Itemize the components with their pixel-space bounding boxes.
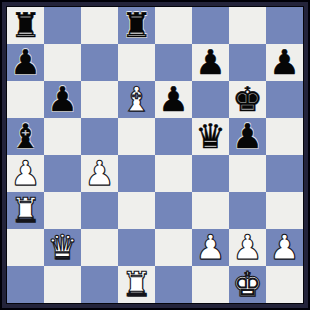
square-g4[interactable] (229, 155, 266, 192)
square-f8[interactable] (192, 7, 229, 44)
square-f1[interactable] (192, 266, 229, 303)
square-f3[interactable] (192, 192, 229, 229)
square-d1[interactable]: ♜ (118, 266, 155, 303)
piece-black-pawn[interactable]: ♟ (10, 45, 40, 79)
square-a7[interactable]: ♟ (7, 44, 44, 81)
piece-black-bishop[interactable]: ♝ (10, 119, 40, 153)
piece-black-pawn[interactable]: ♟ (158, 82, 188, 116)
square-a5[interactable]: ♝ (7, 118, 44, 155)
square-h8[interactable] (266, 7, 303, 44)
square-b2[interactable]: ♛ (44, 229, 81, 266)
piece-white-bishop[interactable]: ♝ (121, 82, 151, 116)
square-d8[interactable]: ♜ (118, 7, 155, 44)
piece-white-rook[interactable]: ♜ (10, 193, 40, 227)
square-c1[interactable] (81, 266, 118, 303)
square-d7[interactable] (118, 44, 155, 81)
square-g8[interactable] (229, 7, 266, 44)
square-h2[interactable]: ♟ (266, 229, 303, 266)
square-d5[interactable] (118, 118, 155, 155)
square-c4[interactable]: ♟ (81, 155, 118, 192)
square-h5[interactable] (266, 118, 303, 155)
square-f7[interactable]: ♟ (192, 44, 229, 81)
square-a2[interactable] (7, 229, 44, 266)
square-a4[interactable]: ♟ (7, 155, 44, 192)
square-e4[interactable] (155, 155, 192, 192)
square-g5[interactable]: ♟ (229, 118, 266, 155)
square-d6[interactable]: ♝ (118, 81, 155, 118)
square-a3[interactable]: ♜ (7, 192, 44, 229)
piece-black-king[interactable]: ♚ (232, 82, 262, 116)
square-b8[interactable] (44, 7, 81, 44)
piece-black-rook[interactable]: ♜ (121, 8, 151, 42)
square-h7[interactable]: ♟ (266, 44, 303, 81)
piece-white-pawn[interactable]: ♟ (10, 156, 40, 190)
square-f2[interactable]: ♟ (192, 229, 229, 266)
piece-white-rook[interactable]: ♜ (121, 267, 151, 301)
square-h6[interactable] (266, 81, 303, 118)
piece-black-rook[interactable]: ♜ (10, 8, 40, 42)
piece-black-queen[interactable]: ♛ (195, 119, 225, 153)
square-c5[interactable] (81, 118, 118, 155)
piece-white-queen[interactable]: ♛ (47, 230, 77, 264)
square-g1[interactable]: ♚ (229, 266, 266, 303)
chess-board: ♜♜♟♟♟♟♝♟♚♝♛♟♟♟♜♛♟♟♟♜♚ (7, 7, 303, 303)
square-g2[interactable]: ♟ (229, 229, 266, 266)
square-h3[interactable] (266, 192, 303, 229)
square-c3[interactable] (81, 192, 118, 229)
piece-black-pawn[interactable]: ♟ (195, 45, 225, 79)
piece-black-pawn[interactable]: ♟ (269, 45, 299, 79)
square-d2[interactable] (118, 229, 155, 266)
piece-white-pawn[interactable]: ♟ (195, 230, 225, 264)
square-a8[interactable]: ♜ (7, 7, 44, 44)
square-f6[interactable] (192, 81, 229, 118)
piece-black-pawn[interactable]: ♟ (47, 82, 77, 116)
square-c8[interactable] (81, 7, 118, 44)
square-b4[interactable] (44, 155, 81, 192)
square-e1[interactable] (155, 266, 192, 303)
square-g6[interactable]: ♚ (229, 81, 266, 118)
square-c2[interactable] (81, 229, 118, 266)
square-e7[interactable] (155, 44, 192, 81)
square-f4[interactable] (192, 155, 229, 192)
square-b7[interactable] (44, 44, 81, 81)
square-h1[interactable] (266, 266, 303, 303)
square-b3[interactable] (44, 192, 81, 229)
square-b5[interactable] (44, 118, 81, 155)
piece-white-pawn[interactable]: ♟ (232, 230, 262, 264)
square-f5[interactable]: ♛ (192, 118, 229, 155)
square-a6[interactable] (7, 81, 44, 118)
square-g7[interactable] (229, 44, 266, 81)
square-c7[interactable] (81, 44, 118, 81)
square-e5[interactable] (155, 118, 192, 155)
board-frame: ♜♜♟♟♟♟♝♟♚♝♛♟♟♟♜♛♟♟♟♜♚ (0, 0, 310, 310)
square-b1[interactable] (44, 266, 81, 303)
piece-white-pawn[interactable]: ♟ (84, 156, 114, 190)
square-e8[interactable] (155, 7, 192, 44)
piece-white-pawn[interactable]: ♟ (269, 230, 299, 264)
square-h4[interactable] (266, 155, 303, 192)
square-d3[interactable] (118, 192, 155, 229)
piece-black-pawn[interactable]: ♟ (232, 119, 262, 153)
square-e3[interactable] (155, 192, 192, 229)
square-d4[interactable] (118, 155, 155, 192)
square-c6[interactable] (81, 81, 118, 118)
square-a1[interactable] (7, 266, 44, 303)
square-e6[interactable]: ♟ (155, 81, 192, 118)
square-e2[interactable] (155, 229, 192, 266)
square-g3[interactable] (229, 192, 266, 229)
piece-white-king[interactable]: ♚ (232, 267, 262, 301)
square-b6[interactable]: ♟ (44, 81, 81, 118)
